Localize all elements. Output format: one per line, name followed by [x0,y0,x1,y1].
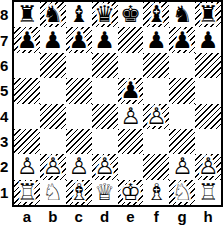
square-a5[interactable] [14,78,40,103]
piece-glyph: ♟ [118,78,144,103]
square-b2[interactable]: ♟♙ [40,154,66,179]
black-pawn[interactable]: ♟♟ [14,27,40,52]
square-a3[interactable] [14,129,40,154]
piece-glyph: ♜ [195,2,221,27]
square-d2[interactable]: ♟♙ [92,154,118,179]
square-a8[interactable]: ♜♜ [14,2,40,27]
white-pawn[interactable]: ♟♙ [92,154,118,179]
piece-glyph: ♘ [169,180,195,205]
file-labels: abcdefgh [14,207,221,226]
white-knight[interactable]: ♞♘ [169,180,195,205]
piece-glyph: ♙ [169,154,195,179]
square-a7[interactable]: ♟♟ [14,27,40,52]
chess-diagram: 87654321 ♜♜♞♞♝♝♛♛♚♚♝♝♞♞♜♜♟♟♟♟♟♟♟♟♟♟♟♟♟♟♟… [0,0,223,226]
square-e2[interactable] [118,154,144,179]
square-e8[interactable]: ♚♚ [118,2,144,27]
white-pawn[interactable]: ♟♙ [118,104,144,129]
square-h2[interactable]: ♟♙ [195,154,221,179]
piece-glyph: ♝ [143,2,169,27]
piece-glyph: ♔ [118,180,144,205]
piece-glyph: ♖ [195,180,221,205]
piece-glyph: ♕ [92,180,118,205]
black-pawn[interactable]: ♟♟ [195,27,221,52]
white-bishop[interactable]: ♝♗ [66,180,92,205]
square-b6[interactable] [40,53,66,78]
file-label-g: g [169,207,195,226]
square-c6[interactable] [66,53,92,78]
black-rook[interactable]: ♜♜ [195,2,221,27]
file-label-e: e [118,207,144,226]
black-pawn[interactable]: ♟♟ [40,27,66,52]
piece-glyph: ♗ [66,180,92,205]
square-f1[interactable]: ♝♗ [143,180,169,205]
square-h5[interactable] [195,78,221,103]
square-e7[interactable] [118,27,144,52]
square-c1[interactable]: ♝♗ [66,180,92,205]
square-d6[interactable] [92,53,118,78]
piece-glyph: ♙ [14,154,40,179]
file-label-a: a [14,207,40,226]
piece-glyph: ♗ [143,180,169,205]
square-f7[interactable]: ♟♟ [143,27,169,52]
square-c8[interactable]: ♝♝ [66,2,92,27]
square-h4[interactable] [195,104,221,129]
piece-glyph: ♘ [40,180,66,205]
piece-glyph: ♙ [40,154,66,179]
white-bishop[interactable]: ♝♗ [143,180,169,205]
square-a6[interactable] [14,53,40,78]
black-bishop[interactable]: ♝♝ [143,2,169,27]
white-pawn[interactable]: ♟♙ [143,104,169,129]
square-e4[interactable]: ♟♙ [118,104,144,129]
white-pawn[interactable]: ♟♙ [66,154,92,179]
square-c4[interactable] [66,104,92,129]
piece-glyph: ♟ [143,27,169,52]
square-h8[interactable]: ♜♜ [195,2,221,27]
square-d5[interactable] [92,78,118,103]
rank-label-8: 8 [0,2,12,27]
white-king[interactable]: ♚♔ [118,180,144,205]
square-g5[interactable] [169,78,195,103]
square-c2[interactable]: ♟♙ [66,154,92,179]
square-f8[interactable]: ♝♝ [143,2,169,27]
square-e6[interactable] [118,53,144,78]
white-knight[interactable]: ♞♘ [40,180,66,205]
piece-glyph: ♟ [40,27,66,52]
square-d8[interactable]: ♛♛ [92,2,118,27]
square-c5[interactable] [66,78,92,103]
square-f6[interactable] [143,53,169,78]
square-d1[interactable]: ♛♕ [92,180,118,205]
square-a2[interactable]: ♟♙ [14,154,40,179]
white-pawn[interactable]: ♟♙ [169,154,195,179]
black-pawn[interactable]: ♟♟ [169,27,195,52]
piece-glyph: ♜ [14,2,40,27]
rank-label-2: 2 [0,154,12,179]
file-label-b: b [40,207,66,226]
square-g4[interactable] [169,104,195,129]
white-pawn[interactable]: ♟♙ [195,154,221,179]
file-label-d: d [92,207,118,226]
black-pawn[interactable]: ♟♟ [66,27,92,52]
square-d7[interactable]: ♟♟ [92,27,118,52]
square-b4[interactable] [40,104,66,129]
file-label-h: h [195,207,221,226]
piece-glyph: ♟ [195,27,221,52]
square-c3[interactable] [66,129,92,154]
rank-label-4: 4 [0,104,12,129]
square-g1[interactable]: ♞♘ [169,180,195,205]
piece-glyph: ♙ [66,154,92,179]
piece-glyph: ♛ [92,2,118,27]
square-e5[interactable]: ♟♟ [118,78,144,103]
file-label-c: c [66,207,92,226]
piece-glyph: ♖ [14,180,40,205]
white-queen[interactable]: ♛♕ [92,180,118,205]
white-rook[interactable]: ♜♖ [195,180,221,205]
square-e3[interactable] [118,129,144,154]
rank-label-6: 6 [0,53,12,78]
square-b8[interactable]: ♞♞ [40,2,66,27]
square-c7[interactable]: ♟♟ [66,27,92,52]
square-e1[interactable]: ♚♔ [118,180,144,205]
black-pawn[interactable]: ♟♟ [118,78,144,103]
piece-glyph: ♙ [195,154,221,179]
piece-glyph: ♚ [118,2,144,27]
rank-label-1: 1 [0,180,12,205]
file-label-f: f [143,207,169,226]
square-b7[interactable]: ♟♟ [40,27,66,52]
black-king[interactable]: ♚♚ [118,2,144,27]
piece-glyph: ♙ [92,154,118,179]
piece-glyph: ♟ [92,27,118,52]
piece-glyph: ♞ [169,2,195,27]
black-queen[interactable]: ♛♛ [92,2,118,27]
chess-board: ♜♜♞♞♝♝♛♛♚♚♝♝♞♞♜♜♟♟♟♟♟♟♟♟♟♟♟♟♟♟♟♟♟♙♟♙♟♙♟♙… [12,0,223,207]
rank-label-3: 3 [0,129,12,154]
square-g3[interactable] [169,129,195,154]
white-pawn[interactable]: ♟♙ [40,154,66,179]
black-rook[interactable]: ♜♜ [14,2,40,27]
rank-labels: 87654321 [0,2,12,205]
square-g8[interactable]: ♞♞ [169,2,195,27]
piece-glyph: ♟ [169,27,195,52]
piece-glyph: ♙ [118,104,144,129]
black-pawn[interactable]: ♟♟ [92,27,118,52]
square-d3[interactable] [92,129,118,154]
square-h1[interactable]: ♜♖ [195,180,221,205]
rank-label-7: 7 [0,27,12,52]
square-a1[interactable]: ♜♖ [14,180,40,205]
square-g2[interactable]: ♟♙ [169,154,195,179]
piece-glyph: ♞ [40,2,66,27]
square-g7[interactable]: ♟♟ [169,27,195,52]
square-b5[interactable] [40,78,66,103]
black-pawn[interactable]: ♟♟ [143,27,169,52]
piece-glyph: ♝ [66,2,92,27]
black-bishop[interactable]: ♝♝ [66,2,92,27]
square-f3[interactable] [143,129,169,154]
square-b3[interactable] [40,129,66,154]
white-rook[interactable]: ♜♖ [14,180,40,205]
black-knight[interactable]: ♞♞ [40,2,66,27]
square-f5[interactable] [143,78,169,103]
square-h6[interactable] [195,53,221,78]
square-h7[interactable]: ♟♟ [195,27,221,52]
square-h3[interactable] [195,129,221,154]
rank-label-5: 5 [0,78,12,103]
white-pawn[interactable]: ♟♙ [14,154,40,179]
square-f2[interactable] [143,154,169,179]
square-b1[interactable]: ♞♘ [40,180,66,205]
square-d4[interactable] [92,104,118,129]
black-knight[interactable]: ♞♞ [169,2,195,27]
square-f4[interactable]: ♟♙ [143,104,169,129]
square-a4[interactable] [14,104,40,129]
piece-glyph: ♙ [143,104,169,129]
piece-glyph: ♟ [66,27,92,52]
square-g6[interactable] [169,53,195,78]
piece-glyph: ♟ [14,27,40,52]
